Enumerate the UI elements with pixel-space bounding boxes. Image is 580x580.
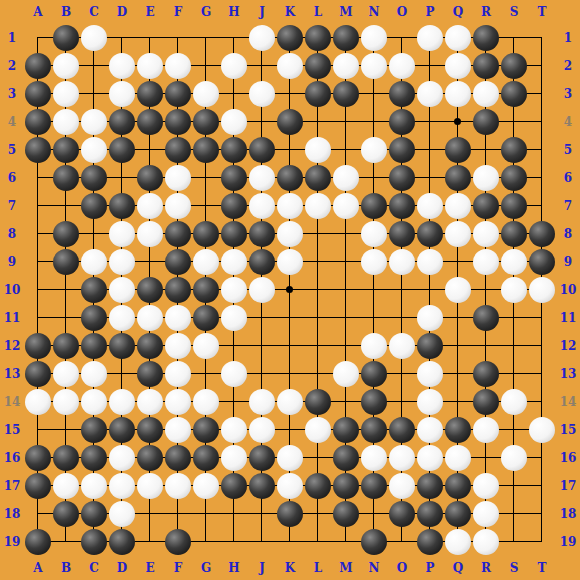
intersection-J9[interactable] [248,248,276,276]
intersection-N10[interactable] [360,276,388,304]
intersection-M13[interactable] [332,360,360,388]
intersection-S15[interactable] [500,416,528,444]
intersection-E14[interactable] [136,388,164,416]
intersection-Q18[interactable] [444,500,472,528]
intersection-D7[interactable] [108,192,136,220]
intersection-E5[interactable] [136,136,164,164]
intersection-H5[interactable] [220,136,248,164]
intersection-J12[interactable] [248,332,276,360]
intersection-K2[interactable] [276,52,304,80]
intersection-E9[interactable] [136,248,164,276]
intersection-J3[interactable] [248,80,276,108]
intersection-T12[interactable] [528,332,556,360]
intersection-N7[interactable] [360,192,388,220]
intersection-J11[interactable] [248,304,276,332]
intersection-C11[interactable] [80,304,108,332]
intersection-S3[interactable] [500,80,528,108]
intersection-T5[interactable] [528,136,556,164]
intersection-S14[interactable] [500,388,528,416]
intersection-A1[interactable] [24,24,52,52]
intersection-O17[interactable] [388,472,416,500]
intersection-R14[interactable] [472,388,500,416]
intersection-F12[interactable] [164,332,192,360]
intersection-C16[interactable] [80,444,108,472]
intersection-K14[interactable] [276,388,304,416]
intersection-O2[interactable] [388,52,416,80]
intersection-D16[interactable] [108,444,136,472]
intersection-C8[interactable] [80,220,108,248]
intersection-A5[interactable] [24,136,52,164]
intersection-E12[interactable] [136,332,164,360]
intersection-R13[interactable] [472,360,500,388]
intersection-D15[interactable] [108,416,136,444]
intersection-D18[interactable] [108,500,136,528]
intersection-L13[interactable] [304,360,332,388]
intersection-P8[interactable] [416,220,444,248]
intersection-Q2[interactable] [444,52,472,80]
intersection-Q11[interactable] [444,304,472,332]
intersection-L17[interactable] [304,472,332,500]
intersection-G11[interactable] [192,304,220,332]
intersection-H19[interactable] [220,528,248,556]
intersection-H4[interactable] [220,108,248,136]
intersection-L11[interactable] [304,304,332,332]
intersection-A9[interactable] [24,248,52,276]
intersection-E10[interactable] [136,276,164,304]
intersection-R1[interactable] [472,24,500,52]
intersection-J10[interactable] [248,276,276,304]
intersection-R15[interactable] [472,416,500,444]
intersection-Q8[interactable] [444,220,472,248]
intersection-B7[interactable] [52,192,80,220]
intersection-D1[interactable] [108,24,136,52]
intersection-B16[interactable] [52,444,80,472]
intersection-G7[interactable] [192,192,220,220]
intersection-S5[interactable] [500,136,528,164]
intersection-K4[interactable] [276,108,304,136]
intersection-T17[interactable] [528,472,556,500]
intersection-Q14[interactable] [444,388,472,416]
intersection-N15[interactable] [360,416,388,444]
intersection-O19[interactable] [388,528,416,556]
intersection-B4[interactable] [52,108,80,136]
intersection-L2[interactable] [304,52,332,80]
intersection-G18[interactable] [192,500,220,528]
intersection-R9[interactable] [472,248,500,276]
intersection-D11[interactable] [108,304,136,332]
intersection-E19[interactable] [136,528,164,556]
intersection-M6[interactable] [332,164,360,192]
intersection-N5[interactable] [360,136,388,164]
intersection-L8[interactable] [304,220,332,248]
intersection-O15[interactable] [388,416,416,444]
intersection-N9[interactable] [360,248,388,276]
intersection-G3[interactable] [192,80,220,108]
intersection-O18[interactable] [388,500,416,528]
intersection-F18[interactable] [164,500,192,528]
intersection-F14[interactable] [164,388,192,416]
intersection-P7[interactable] [416,192,444,220]
intersection-Q10[interactable] [444,276,472,304]
intersection-B9[interactable] [52,248,80,276]
intersection-R4[interactable] [472,108,500,136]
intersection-A19[interactable] [24,528,52,556]
intersection-J17[interactable] [248,472,276,500]
intersection-R19[interactable] [472,528,500,556]
intersection-D3[interactable] [108,80,136,108]
intersection-F5[interactable] [164,136,192,164]
intersection-A3[interactable] [24,80,52,108]
intersection-K3[interactable] [276,80,304,108]
intersection-A11[interactable] [24,304,52,332]
intersection-Q19[interactable] [444,528,472,556]
intersection-C6[interactable] [80,164,108,192]
intersection-B18[interactable] [52,500,80,528]
intersection-Q6[interactable] [444,164,472,192]
intersection-S8[interactable] [500,220,528,248]
intersection-G19[interactable] [192,528,220,556]
intersection-J8[interactable] [248,220,276,248]
intersection-F6[interactable] [164,164,192,192]
intersection-J14[interactable] [248,388,276,416]
intersection-C13[interactable] [80,360,108,388]
intersection-N3[interactable] [360,80,388,108]
intersection-S6[interactable] [500,164,528,192]
intersection-B2[interactable] [52,52,80,80]
intersection-E1[interactable] [136,24,164,52]
intersection-F19[interactable] [164,528,192,556]
intersection-L3[interactable] [304,80,332,108]
intersection-A14[interactable] [24,388,52,416]
intersection-O6[interactable] [388,164,416,192]
intersection-F7[interactable] [164,192,192,220]
intersection-C14[interactable] [80,388,108,416]
intersection-E3[interactable] [136,80,164,108]
intersection-H18[interactable] [220,500,248,528]
intersection-P18[interactable] [416,500,444,528]
intersection-T3[interactable] [528,80,556,108]
intersection-J7[interactable] [248,192,276,220]
intersection-N4[interactable] [360,108,388,136]
intersection-T7[interactable] [528,192,556,220]
intersection-J18[interactable] [248,500,276,528]
intersection-P19[interactable] [416,528,444,556]
intersection-H1[interactable] [220,24,248,52]
intersection-T16[interactable] [528,444,556,472]
intersection-F11[interactable] [164,304,192,332]
intersection-P9[interactable] [416,248,444,276]
intersection-R18[interactable] [472,500,500,528]
intersection-K17[interactable] [276,472,304,500]
intersection-E4[interactable] [136,108,164,136]
intersection-H3[interactable] [220,80,248,108]
intersection-P12[interactable] [416,332,444,360]
intersection-D5[interactable] [108,136,136,164]
intersection-M1[interactable] [332,24,360,52]
intersection-B3[interactable] [52,80,80,108]
intersection-M16[interactable] [332,444,360,472]
intersection-A15[interactable] [24,416,52,444]
intersection-M4[interactable] [332,108,360,136]
intersection-G14[interactable] [192,388,220,416]
intersection-S2[interactable] [500,52,528,80]
intersection-D14[interactable] [108,388,136,416]
intersection-P17[interactable] [416,472,444,500]
intersection-C5[interactable] [80,136,108,164]
intersection-R7[interactable] [472,192,500,220]
intersection-Q3[interactable] [444,80,472,108]
intersection-R10[interactable] [472,276,500,304]
intersection-K19[interactable] [276,528,304,556]
intersection-P10[interactable] [416,276,444,304]
intersection-E13[interactable] [136,360,164,388]
intersection-N16[interactable] [360,444,388,472]
intersection-A6[interactable] [24,164,52,192]
intersection-Q15[interactable] [444,416,472,444]
intersection-L18[interactable] [304,500,332,528]
intersection-L12[interactable] [304,332,332,360]
intersection-T2[interactable] [528,52,556,80]
intersection-N13[interactable] [360,360,388,388]
intersection-H17[interactable] [220,472,248,500]
intersection-K16[interactable] [276,444,304,472]
intersection-S19[interactable] [500,528,528,556]
intersection-O12[interactable] [388,332,416,360]
intersection-R3[interactable] [472,80,500,108]
intersection-M18[interactable] [332,500,360,528]
intersection-D6[interactable] [108,164,136,192]
intersection-O13[interactable] [388,360,416,388]
intersection-N18[interactable] [360,500,388,528]
intersection-M7[interactable] [332,192,360,220]
intersection-K18[interactable] [276,500,304,528]
intersection-S18[interactable] [500,500,528,528]
intersection-E8[interactable] [136,220,164,248]
intersection-P2[interactable] [416,52,444,80]
intersection-K6[interactable] [276,164,304,192]
intersection-S13[interactable] [500,360,528,388]
intersection-L15[interactable] [304,416,332,444]
intersection-S1[interactable] [500,24,528,52]
intersection-R5[interactable] [472,136,500,164]
intersection-H2[interactable] [220,52,248,80]
intersection-O7[interactable] [388,192,416,220]
intersection-O14[interactable] [388,388,416,416]
intersection-F2[interactable] [164,52,192,80]
intersection-H14[interactable] [220,388,248,416]
intersection-D2[interactable] [108,52,136,80]
intersection-G5[interactable] [192,136,220,164]
intersection-O8[interactable] [388,220,416,248]
intersection-F8[interactable] [164,220,192,248]
intersection-N17[interactable] [360,472,388,500]
intersection-O3[interactable] [388,80,416,108]
intersection-H12[interactable] [220,332,248,360]
intersection-H9[interactable] [220,248,248,276]
intersection-P11[interactable] [416,304,444,332]
intersection-L9[interactable] [304,248,332,276]
intersection-E15[interactable] [136,416,164,444]
intersection-E2[interactable] [136,52,164,80]
intersection-P15[interactable] [416,416,444,444]
intersection-E16[interactable] [136,444,164,472]
intersection-H15[interactable] [220,416,248,444]
intersection-H6[interactable] [220,164,248,192]
intersection-G16[interactable] [192,444,220,472]
intersection-B8[interactable] [52,220,80,248]
intersection-L6[interactable] [304,164,332,192]
intersection-Q5[interactable] [444,136,472,164]
intersection-J16[interactable] [248,444,276,472]
intersection-S10[interactable] [500,276,528,304]
intersection-C19[interactable] [80,528,108,556]
intersection-J2[interactable] [248,52,276,80]
intersection-R16[interactable] [472,444,500,472]
intersection-A8[interactable] [24,220,52,248]
intersection-F16[interactable] [164,444,192,472]
intersection-J6[interactable] [248,164,276,192]
intersection-O1[interactable] [388,24,416,52]
intersection-D19[interactable] [108,528,136,556]
intersection-S4[interactable] [500,108,528,136]
intersection-M14[interactable] [332,388,360,416]
intersection-C15[interactable] [80,416,108,444]
intersection-H8[interactable] [220,220,248,248]
intersection-L4[interactable] [304,108,332,136]
intersection-A18[interactable] [24,500,52,528]
intersection-C18[interactable] [80,500,108,528]
intersection-G1[interactable] [192,24,220,52]
intersection-N11[interactable] [360,304,388,332]
intersection-G4[interactable] [192,108,220,136]
intersection-T8[interactable] [528,220,556,248]
intersection-S7[interactable] [500,192,528,220]
intersection-P4[interactable] [416,108,444,136]
intersection-R17[interactable] [472,472,500,500]
intersection-M5[interactable] [332,136,360,164]
intersection-C12[interactable] [80,332,108,360]
intersection-Q1[interactable] [444,24,472,52]
intersection-E7[interactable] [136,192,164,220]
intersection-A2[interactable] [24,52,52,80]
intersection-A13[interactable] [24,360,52,388]
intersection-M9[interactable] [332,248,360,276]
intersection-J19[interactable] [248,528,276,556]
intersection-T10[interactable] [528,276,556,304]
intersection-A16[interactable] [24,444,52,472]
intersection-H11[interactable] [220,304,248,332]
intersection-F4[interactable] [164,108,192,136]
intersection-P16[interactable] [416,444,444,472]
intersection-D10[interactable] [108,276,136,304]
intersection-J4[interactable] [248,108,276,136]
intersection-N8[interactable] [360,220,388,248]
intersection-J1[interactable] [248,24,276,52]
intersection-A4[interactable] [24,108,52,136]
intersection-O11[interactable] [388,304,416,332]
intersection-B5[interactable] [52,136,80,164]
intersection-T14[interactable] [528,388,556,416]
intersection-C1[interactable] [80,24,108,52]
intersection-C10[interactable] [80,276,108,304]
intersection-P14[interactable] [416,388,444,416]
intersection-S12[interactable] [500,332,528,360]
intersection-N14[interactable] [360,388,388,416]
intersection-P13[interactable] [416,360,444,388]
intersection-L1[interactable] [304,24,332,52]
intersection-B13[interactable] [52,360,80,388]
intersection-E6[interactable] [136,164,164,192]
intersection-F9[interactable] [164,248,192,276]
intersection-H16[interactable] [220,444,248,472]
intersection-R11[interactable] [472,304,500,332]
intersection-O10[interactable] [388,276,416,304]
intersection-B1[interactable] [52,24,80,52]
intersection-R6[interactable] [472,164,500,192]
intersection-F13[interactable] [164,360,192,388]
intersection-F1[interactable] [164,24,192,52]
intersection-L16[interactable] [304,444,332,472]
intersection-M10[interactable] [332,276,360,304]
intersection-M3[interactable] [332,80,360,108]
intersection-D8[interactable] [108,220,136,248]
intersection-T9[interactable] [528,248,556,276]
intersection-M19[interactable] [332,528,360,556]
intersection-T1[interactable] [528,24,556,52]
intersection-K8[interactable] [276,220,304,248]
intersection-N1[interactable] [360,24,388,52]
intersection-B17[interactable] [52,472,80,500]
intersection-N6[interactable] [360,164,388,192]
intersection-A12[interactable] [24,332,52,360]
intersection-P6[interactable] [416,164,444,192]
intersection-B6[interactable] [52,164,80,192]
intersection-C9[interactable] [80,248,108,276]
intersection-D9[interactable] [108,248,136,276]
intersection-C17[interactable] [80,472,108,500]
intersection-P5[interactable] [416,136,444,164]
intersection-B19[interactable] [52,528,80,556]
intersection-C2[interactable] [80,52,108,80]
intersection-A7[interactable] [24,192,52,220]
intersection-S9[interactable] [500,248,528,276]
intersection-Q4[interactable] [444,108,472,136]
intersection-G15[interactable] [192,416,220,444]
intersection-N19[interactable] [360,528,388,556]
intersection-D17[interactable] [108,472,136,500]
intersection-O4[interactable] [388,108,416,136]
intersection-F3[interactable] [164,80,192,108]
intersection-Q13[interactable] [444,360,472,388]
intersection-Q17[interactable] [444,472,472,500]
intersection-S16[interactable] [500,444,528,472]
intersection-E17[interactable] [136,472,164,500]
intersection-K1[interactable] [276,24,304,52]
intersection-A10[interactable] [24,276,52,304]
intersection-G12[interactable] [192,332,220,360]
intersection-M2[interactable] [332,52,360,80]
intersection-J5[interactable] [248,136,276,164]
intersection-M15[interactable] [332,416,360,444]
intersection-K15[interactable] [276,416,304,444]
intersection-H10[interactable] [220,276,248,304]
intersection-L19[interactable] [304,528,332,556]
intersection-O5[interactable] [388,136,416,164]
intersection-C4[interactable] [80,108,108,136]
intersection-O16[interactable] [388,444,416,472]
intersection-C7[interactable] [80,192,108,220]
intersection-R2[interactable] [472,52,500,80]
